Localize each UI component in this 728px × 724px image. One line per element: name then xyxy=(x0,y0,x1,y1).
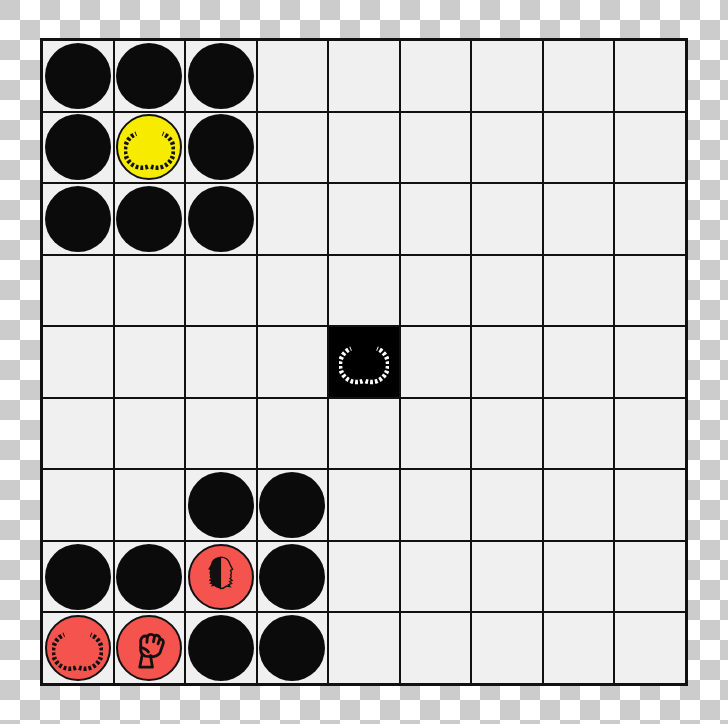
laurel-wreath-icon xyxy=(52,623,103,674)
square-r1c9[interactable] xyxy=(615,41,685,111)
square-r7c7[interactable] xyxy=(472,470,542,540)
square-r1c1[interactable] xyxy=(43,41,113,111)
square-r3c5[interactable] xyxy=(329,184,399,254)
square-r8c3[interactable] xyxy=(186,542,256,612)
piece-black-soldier[interactable] xyxy=(116,544,182,610)
square-r3c6[interactable] xyxy=(401,184,471,254)
square-r4c5[interactable] xyxy=(329,256,399,326)
square-r8c1[interactable] xyxy=(43,542,113,612)
square-r1c5[interactable] xyxy=(329,41,399,111)
square-r7c5[interactable] xyxy=(329,470,399,540)
square-r2c4[interactable] xyxy=(258,113,328,183)
piece-black-soldier[interactable] xyxy=(188,615,254,681)
square-r2c2[interactable] xyxy=(115,113,185,183)
square-r3c7[interactable] xyxy=(472,184,542,254)
square-r2c6[interactable] xyxy=(401,113,471,183)
square-r3c9[interactable] xyxy=(615,184,685,254)
square-r7c1[interactable] xyxy=(43,470,113,540)
square-r9c9[interactable] xyxy=(615,613,685,683)
piece-red-piece-with-laurel-wreath[interactable] xyxy=(45,615,111,681)
square-r3c1[interactable] xyxy=(43,184,113,254)
square-r1c8[interactable] xyxy=(544,41,614,111)
square-r5c2[interactable] xyxy=(115,327,185,397)
square-r5c8[interactable] xyxy=(544,327,614,397)
square-r2c9[interactable] xyxy=(615,113,685,183)
square-r6c8[interactable] xyxy=(544,399,614,469)
piece-black-soldier[interactable] xyxy=(45,544,111,610)
square-r4c7[interactable] xyxy=(472,256,542,326)
square-r2c5[interactable] xyxy=(329,113,399,183)
square-r6c5[interactable] xyxy=(329,399,399,469)
piece-black-soldier[interactable] xyxy=(259,472,325,538)
piece-black-soldier[interactable] xyxy=(188,186,254,252)
piece-black-soldier[interactable] xyxy=(259,544,325,610)
square-r9c6[interactable] xyxy=(401,613,471,683)
square-r4c3[interactable] xyxy=(186,256,256,326)
square-r8c7[interactable] xyxy=(472,542,542,612)
square-r1c4[interactable] xyxy=(258,41,328,111)
janus-head-icon xyxy=(195,551,246,602)
square-r6c7[interactable] xyxy=(472,399,542,469)
square-r2c1[interactable] xyxy=(43,113,113,183)
piece-black-soldier[interactable] xyxy=(45,114,111,180)
square-r6c1[interactable] xyxy=(43,399,113,469)
square-r7c3[interactable] xyxy=(186,470,256,540)
square-r4c8[interactable] xyxy=(544,256,614,326)
square-r8c4[interactable] xyxy=(258,542,328,612)
square-r8c6[interactable] xyxy=(401,542,471,612)
square-r3c2[interactable] xyxy=(115,184,185,254)
square-r4c4[interactable] xyxy=(258,256,328,326)
piece-black-soldier[interactable] xyxy=(259,615,325,681)
piece-black-soldier[interactable] xyxy=(45,43,111,109)
square-r1c3[interactable] xyxy=(186,41,256,111)
raised-fist-icon xyxy=(124,623,175,674)
square-r6c4[interactable] xyxy=(258,399,328,469)
square-r4c6[interactable] xyxy=(401,256,471,326)
piece-red-piece-with-janus-head[interactable] xyxy=(188,544,254,610)
square-r2c7[interactable] xyxy=(472,113,542,183)
square-r8c9[interactable] xyxy=(615,542,685,612)
square-r9c3[interactable] xyxy=(186,613,256,683)
square-r1c2[interactable] xyxy=(115,41,185,111)
square-r3c3[interactable] xyxy=(186,184,256,254)
square-r9c7[interactable] xyxy=(472,613,542,683)
square-r5c7[interactable] xyxy=(472,327,542,397)
square-r8c8[interactable] xyxy=(544,542,614,612)
square-r3c4[interactable] xyxy=(258,184,328,254)
square-r2c8[interactable] xyxy=(544,113,614,183)
piece-yellow-piece-with-laurel-wreath[interactable] xyxy=(116,114,182,180)
square-r4c1[interactable] xyxy=(43,256,113,326)
square-r8c5[interactable] xyxy=(329,542,399,612)
laurel-wreath-icon xyxy=(339,337,389,387)
square-r4c9[interactable] xyxy=(615,256,685,326)
square-r7c2[interactable] xyxy=(115,470,185,540)
square-r5c3[interactable] xyxy=(186,327,256,397)
square-r1c6[interactable] xyxy=(401,41,471,111)
square-r7c8[interactable] xyxy=(544,470,614,540)
piece-black-soldier[interactable] xyxy=(188,472,254,538)
piece-black-soldier[interactable] xyxy=(45,186,111,252)
piece-red-piece-with-raised-fist[interactable] xyxy=(116,615,182,681)
square-r9c4[interactable] xyxy=(258,613,328,683)
piece-black-soldier[interactable] xyxy=(188,114,254,180)
piece-black-soldier[interactable] xyxy=(116,186,182,252)
square-r5c6[interactable] xyxy=(401,327,471,397)
square-r2c3[interactable] xyxy=(186,113,256,183)
square-r5c4[interactable] xyxy=(258,327,328,397)
square-r6c3[interactable] xyxy=(186,399,256,469)
square-r7c4[interactable] xyxy=(258,470,328,540)
square-r9c2[interactable] xyxy=(115,613,185,683)
square-r6c6[interactable] xyxy=(401,399,471,469)
piece-black-soldier[interactable] xyxy=(188,43,254,109)
game-board xyxy=(40,38,688,686)
square-r6c2[interactable] xyxy=(115,399,185,469)
square-r9c5[interactable] xyxy=(329,613,399,683)
square-r9c1[interactable] xyxy=(43,613,113,683)
laurel-wreath-icon xyxy=(124,122,175,173)
square-r4c2[interactable] xyxy=(115,256,185,326)
square-r7c6[interactable] xyxy=(401,470,471,540)
square-r5c9[interactable] xyxy=(615,327,685,397)
square-r1c7[interactable] xyxy=(472,41,542,111)
square-r3c8[interactable] xyxy=(544,184,614,254)
square-r8c2[interactable] xyxy=(115,542,185,612)
piece-black-soldier[interactable] xyxy=(116,43,182,109)
square-r5c1[interactable] xyxy=(43,327,113,397)
square-r6c9[interactable] xyxy=(615,399,685,469)
square-r9c8[interactable] xyxy=(544,613,614,683)
marked-square-laurel[interactable] xyxy=(329,327,399,397)
square-r7c9[interactable] xyxy=(615,470,685,540)
